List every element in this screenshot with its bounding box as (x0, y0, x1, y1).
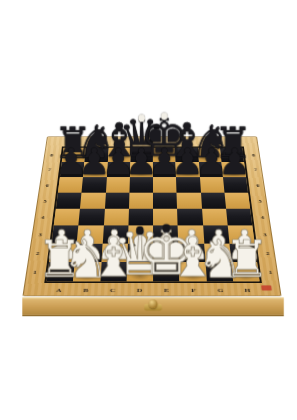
square-c5[interactable] (104, 192, 129, 208)
rank-label-left-7: 7 (48, 167, 52, 171)
rank-label-right-6: 6 (256, 182, 260, 186)
square-f5[interactable] (177, 192, 202, 208)
rank-label-right-4: 4 (260, 215, 264, 220)
white-rook-h1[interactable]: ♜ (224, 234, 269, 285)
square-a5[interactable] (56, 192, 82, 208)
rank-label-right-8: 8 (252, 153, 256, 157)
square-g5[interactable] (200, 192, 225, 208)
rank-label-left-4: 4 (41, 215, 45, 220)
file-label-b: B (83, 287, 89, 294)
square-h7[interactable]: ♟ (221, 162, 246, 177)
square-d5[interactable] (129, 192, 153, 208)
black-pawn-h7[interactable]: ♟ (218, 143, 251, 180)
file-label-h: H (244, 287, 251, 294)
stamp-mark (261, 285, 272, 290)
square-b5[interactable] (80, 192, 105, 208)
box-front-face (22, 297, 284, 316)
file-label-f: F (191, 287, 196, 294)
square-h5[interactable] (224, 192, 250, 208)
rank-label-right-7: 7 (254, 167, 258, 171)
square-e5[interactable] (153, 192, 177, 208)
rank-label-left-5: 5 (43, 198, 47, 203)
file-label-g: G (217, 287, 224, 294)
rank-label-right-5: 5 (258, 198, 262, 203)
file-label-a: A (56, 287, 62, 294)
photo-scene: ♜♞♝♛♚♝♞♜♟♟♟♟♟♟♟♟♟♟♟♟♟♟♟♟♜♞♝♛♚♝♞♜ ABCDEFG… (0, 0, 297, 420)
rank-label-left-6: 6 (45, 182, 49, 186)
file-label-d: D (137, 287, 143, 294)
rank-label-left-8: 8 (50, 153, 54, 157)
square-h1[interactable]: ♜ (231, 262, 260, 281)
file-label-e: E (164, 287, 169, 294)
chess-board: ♜♞♝♛♚♝♞♜♟♟♟♟♟♟♟♟♟♟♟♟♟♟♟♟♜♞♝♛♚♝♞♜ ABCDEFG… (22, 136, 281, 296)
latch-icon (149, 299, 158, 308)
playing-area: ♜♞♝♛♚♝♞♜♟♟♟♟♟♟♟♟♟♟♟♟♟♟♟♟♜♞♝♛♚♝♞♜ (44, 147, 262, 283)
file-label-c: C (110, 287, 116, 294)
